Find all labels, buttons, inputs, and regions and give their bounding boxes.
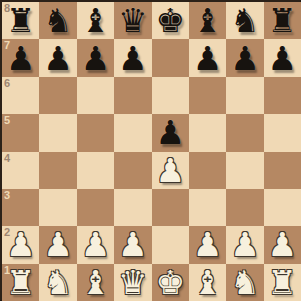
square-h1[interactable]: ♜: [264, 264, 301, 301]
piece-black-knight[interactable]: ♞: [43, 4, 73, 37]
square-f5[interactable]: [189, 114, 226, 151]
square-d1[interactable]: ♛: [114, 264, 151, 301]
square-d2[interactable]: ♟: [114, 226, 151, 263]
square-g5[interactable]: [226, 114, 263, 151]
square-c7[interactable]: ♟: [77, 39, 114, 76]
square-e2[interactable]: [152, 226, 189, 263]
square-a2[interactable]: 2♟: [2, 226, 39, 263]
piece-white-rook[interactable]: ♜: [268, 266, 298, 299]
chess-board: 8♜♞♝♛♚♝♞♜7♟♟♟♟♟♟♟65♟4♟32♟♟♟♟♟♟♟1♜♞♝♛♚♝♞♜: [2, 2, 301, 301]
square-b2[interactable]: ♟: [39, 226, 76, 263]
piece-black-pawn[interactable]: ♟: [6, 42, 36, 75]
square-b5[interactable]: [39, 114, 76, 151]
square-e8[interactable]: ♚: [152, 2, 189, 39]
square-b7[interactable]: ♟: [39, 39, 76, 76]
rank-label-3: 3: [4, 189, 10, 202]
rank-label-6: 6: [4, 77, 10, 90]
square-e1[interactable]: ♚: [152, 264, 189, 301]
piece-black-pawn[interactable]: ♟: [268, 42, 298, 75]
rank-label-5: 5: [4, 114, 10, 127]
square-c1[interactable]: ♝: [77, 264, 114, 301]
square-b1[interactable]: ♞: [39, 264, 76, 301]
piece-black-knight[interactable]: ♞: [230, 4, 260, 37]
square-f6[interactable]: [189, 77, 226, 114]
square-b6[interactable]: [39, 77, 76, 114]
piece-black-pawn[interactable]: ♟: [230, 42, 260, 75]
square-d8[interactable]: ♛: [114, 2, 151, 39]
square-h4[interactable]: [264, 152, 301, 189]
square-c5[interactable]: [77, 114, 114, 151]
piece-black-king[interactable]: ♚: [155, 4, 185, 37]
piece-black-rook[interactable]: ♜: [6, 4, 36, 37]
piece-white-pawn[interactable]: ♟: [230, 228, 260, 261]
square-e5[interactable]: ♟: [152, 114, 189, 151]
piece-black-bishop[interactable]: ♝: [81, 4, 111, 37]
square-f3[interactable]: [189, 189, 226, 226]
piece-white-bishop[interactable]: ♝: [81, 266, 111, 299]
piece-white-knight[interactable]: ♞: [43, 266, 73, 299]
piece-white-knight[interactable]: ♞: [230, 266, 260, 299]
square-g1[interactable]: ♞: [226, 264, 263, 301]
square-h3[interactable]: [264, 189, 301, 226]
square-d5[interactable]: [114, 114, 151, 151]
square-g8[interactable]: ♞: [226, 2, 263, 39]
square-b3[interactable]: [39, 189, 76, 226]
square-h6[interactable]: [264, 77, 301, 114]
square-f4[interactable]: [189, 152, 226, 189]
piece-black-pawn[interactable]: ♟: [81, 42, 111, 75]
piece-black-pawn[interactable]: ♟: [118, 42, 148, 75]
square-d3[interactable]: [114, 189, 151, 226]
square-f2[interactable]: ♟: [189, 226, 226, 263]
piece-white-pawn[interactable]: ♟: [81, 228, 111, 261]
piece-white-bishop[interactable]: ♝: [193, 266, 223, 299]
piece-white-rook[interactable]: ♜: [6, 266, 36, 299]
square-h2[interactable]: ♟: [264, 226, 301, 263]
piece-black-pawn[interactable]: ♟: [193, 42, 223, 75]
square-f8[interactable]: ♝: [189, 2, 226, 39]
square-e3[interactable]: [152, 189, 189, 226]
piece-white-pawn[interactable]: ♟: [155, 154, 185, 187]
square-g3[interactable]: [226, 189, 263, 226]
chess-app-screen: 8♜♞♝♛♚♝♞♜7♟♟♟♟♟♟♟65♟4♟32♟♟♟♟♟♟♟1♜♞♝♛♚♝♞♜: [0, 0, 301, 301]
square-c4[interactable]: [77, 152, 114, 189]
piece-white-pawn[interactable]: ♟: [268, 228, 298, 261]
piece-black-rook[interactable]: ♜: [268, 4, 298, 37]
square-b8[interactable]: ♞: [39, 2, 76, 39]
piece-white-queen[interactable]: ♛: [118, 266, 148, 299]
square-g4[interactable]: [226, 152, 263, 189]
piece-white-pawn[interactable]: ♟: [118, 228, 148, 261]
rank-label-4: 4: [4, 152, 10, 165]
piece-black-bishop[interactable]: ♝: [193, 4, 223, 37]
square-c8[interactable]: ♝: [77, 2, 114, 39]
square-e4[interactable]: ♟: [152, 152, 189, 189]
piece-black-pawn[interactable]: ♟: [155, 116, 185, 149]
square-d6[interactable]: [114, 77, 151, 114]
piece-white-king[interactable]: ♚: [155, 266, 185, 299]
square-f7[interactable]: ♟: [189, 39, 226, 76]
square-h7[interactable]: ♟: [264, 39, 301, 76]
square-a3[interactable]: 3: [2, 189, 39, 226]
square-a4[interactable]: 4: [2, 152, 39, 189]
piece-white-pawn[interactable]: ♟: [43, 228, 73, 261]
square-c2[interactable]: ♟: [77, 226, 114, 263]
square-a7[interactable]: 7♟: [2, 39, 39, 76]
square-e6[interactable]: [152, 77, 189, 114]
square-a8[interactable]: 8♜: [2, 2, 39, 39]
square-b4[interactable]: [39, 152, 76, 189]
square-e7[interactable]: [152, 39, 189, 76]
square-c6[interactable]: [77, 77, 114, 114]
square-f1[interactable]: ♝: [189, 264, 226, 301]
square-h5[interactable]: [264, 114, 301, 151]
square-g6[interactable]: [226, 77, 263, 114]
square-d7[interactable]: ♟: [114, 39, 151, 76]
square-h8[interactable]: ♜: [264, 2, 301, 39]
piece-white-pawn[interactable]: ♟: [6, 228, 36, 261]
piece-black-pawn[interactable]: ♟: [43, 42, 73, 75]
piece-white-pawn[interactable]: ♟: [193, 228, 223, 261]
square-a6[interactable]: 6: [2, 77, 39, 114]
square-c3[interactable]: [77, 189, 114, 226]
square-g2[interactable]: ♟: [226, 226, 263, 263]
square-a5[interactable]: 5: [2, 114, 39, 151]
square-a1[interactable]: 1♜: [2, 264, 39, 301]
square-d4[interactable]: [114, 152, 151, 189]
piece-black-queen[interactable]: ♛: [118, 4, 148, 37]
square-g7[interactable]: ♟: [226, 39, 263, 76]
